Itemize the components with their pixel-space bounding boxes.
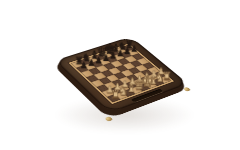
walnut-frame: ♜♞♝♛♚♝♞♜♟♟♟♟♟♟♟♟♟♟♟♟♟♟♟♟♜♞♝♛♚♝♞♜ [55,37,188,114]
photo-scene: ♜♞♝♛♚♝♞♜♟♟♟♟♟♟♟♟♟♟♟♟♟♟♟♟♜♞♝♛♚♝♞♜ [0,0,240,150]
piece-white-rook: ♜ [111,89,120,100]
square-a1[interactable]: ♜ [107,94,120,102]
brass-foot-near [104,116,113,122]
square-e6[interactable] [111,60,123,67]
chess-board: ♜♞♝♛♚♝♞♜♟♟♟♟♟♟♟♟♟♟♟♟♟♟♟♟♜♞♝♛♚♝♞♜ [55,37,188,114]
piece-black-pawn: ♟ [79,61,88,70]
